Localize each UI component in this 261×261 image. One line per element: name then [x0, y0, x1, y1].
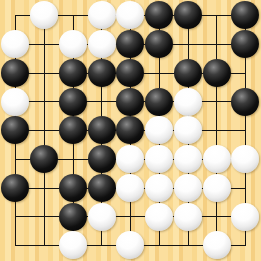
occupied-intersection	[1, 174, 30, 203]
occupied-intersection	[30, 145, 59, 174]
empty-intersection[interactable]	[1, 145, 30, 174]
white-stone	[174, 203, 202, 231]
empty-intersection[interactable]	[202, 30, 231, 59]
empty-intersection[interactable]	[231, 231, 260, 260]
white-stone	[116, 174, 144, 202]
occupied-intersection	[87, 174, 116, 203]
empty-intersection[interactable]	[174, 30, 203, 59]
white-stone	[116, 145, 144, 173]
empty-intersection[interactable]	[202, 1, 231, 30]
empty-intersection[interactable]	[145, 59, 174, 88]
white-stone	[231, 203, 259, 231]
occupied-intersection	[87, 30, 116, 59]
occupied-intersection	[145, 116, 174, 145]
black-stone	[231, 30, 259, 58]
empty-intersection[interactable]	[30, 116, 59, 145]
white-stone	[174, 116, 202, 144]
black-stone	[231, 88, 259, 116]
black-stone	[174, 1, 202, 29]
empty-intersection[interactable]	[202, 87, 231, 116]
empty-intersection[interactable]	[87, 231, 116, 260]
occupied-intersection	[145, 30, 174, 59]
occupied-intersection	[1, 87, 30, 116]
white-stone	[116, 1, 144, 29]
white-stone	[88, 1, 116, 29]
white-stone	[88, 30, 116, 58]
white-stone	[59, 30, 87, 58]
black-stone	[30, 145, 58, 173]
occupied-intersection	[145, 174, 174, 203]
empty-intersection[interactable]	[202, 202, 231, 231]
white-stone	[59, 231, 87, 259]
occupied-intersection	[174, 174, 203, 203]
white-stone	[231, 145, 259, 173]
occupied-intersection	[174, 145, 203, 174]
occupied-intersection	[145, 1, 174, 30]
black-stone	[116, 59, 144, 87]
occupied-intersection	[87, 59, 116, 88]
occupied-intersection	[202, 231, 231, 260]
occupied-intersection	[231, 145, 260, 174]
black-stone	[59, 116, 87, 144]
occupied-intersection	[116, 30, 145, 59]
empty-intersection[interactable]	[145, 231, 174, 260]
empty-intersection[interactable]	[59, 1, 88, 30]
black-stone	[116, 116, 144, 144]
black-stone	[231, 1, 259, 29]
black-stone	[88, 145, 116, 173]
white-stone	[116, 231, 144, 259]
empty-intersection[interactable]	[30, 30, 59, 59]
occupied-intersection	[116, 59, 145, 88]
white-stone	[88, 203, 116, 231]
occupied-intersection	[116, 116, 145, 145]
empty-intersection[interactable]	[231, 59, 260, 88]
empty-intersection[interactable]	[30, 231, 59, 260]
occupied-intersection	[116, 231, 145, 260]
empty-intersection[interactable]	[174, 231, 203, 260]
occupied-intersection	[174, 116, 203, 145]
black-stone	[88, 116, 116, 144]
black-stone	[174, 59, 202, 87]
empty-intersection[interactable]	[30, 59, 59, 88]
white-stone	[145, 203, 173, 231]
white-stone	[145, 174, 173, 202]
occupied-intersection	[202, 145, 231, 174]
occupied-intersection	[116, 87, 145, 116]
occupied-intersection	[174, 1, 203, 30]
black-stone	[145, 30, 173, 58]
occupied-intersection	[231, 30, 260, 59]
white-stone	[203, 145, 231, 173]
occupied-intersection	[174, 59, 203, 88]
occupied-intersection	[87, 116, 116, 145]
black-stone	[145, 88, 173, 116]
occupied-intersection	[30, 1, 59, 30]
white-stone	[174, 145, 202, 173]
occupied-intersection	[59, 30, 88, 59]
white-stone	[145, 116, 173, 144]
empty-intersection[interactable]	[30, 202, 59, 231]
black-stone	[116, 88, 144, 116]
white-stone	[1, 88, 29, 116]
black-stone	[145, 1, 173, 29]
occupied-intersection	[1, 59, 30, 88]
empty-intersection[interactable]	[202, 116, 231, 145]
empty-intersection[interactable]	[1, 1, 30, 30]
occupied-intersection	[145, 87, 174, 116]
black-stone	[203, 59, 231, 87]
board-intersections	[1, 1, 260, 260]
black-stone	[59, 203, 87, 231]
occupied-intersection	[59, 116, 88, 145]
occupied-intersection	[59, 174, 88, 203]
occupied-intersection	[116, 174, 145, 203]
empty-intersection[interactable]	[30, 174, 59, 203]
occupied-intersection	[87, 202, 116, 231]
black-stone	[59, 59, 87, 87]
occupied-intersection	[59, 87, 88, 116]
empty-intersection[interactable]	[1, 231, 30, 260]
occupied-intersection	[116, 145, 145, 174]
white-stone	[174, 88, 202, 116]
empty-intersection[interactable]	[116, 202, 145, 231]
black-stone	[88, 59, 116, 87]
black-stone	[116, 30, 144, 58]
black-stone	[1, 174, 29, 202]
white-stone	[203, 174, 231, 202]
occupied-intersection	[87, 1, 116, 30]
black-stone	[1, 116, 29, 144]
occupied-intersection	[1, 30, 30, 59]
empty-intersection[interactable]	[1, 202, 30, 231]
occupied-intersection	[231, 87, 260, 116]
go-board	[0, 0, 261, 261]
empty-intersection[interactable]	[231, 116, 260, 145]
white-stone	[1, 30, 29, 58]
black-stone	[1, 59, 29, 87]
empty-intersection[interactable]	[30, 87, 59, 116]
white-stone	[145, 145, 173, 173]
black-stone	[59, 88, 87, 116]
white-stone	[30, 1, 58, 29]
occupied-intersection	[145, 145, 174, 174]
white-stone	[203, 231, 231, 259]
occupied-intersection	[202, 174, 231, 203]
occupied-intersection	[59, 202, 88, 231]
occupied-intersection	[231, 202, 260, 231]
empty-intersection[interactable]	[231, 174, 260, 203]
white-stone	[174, 174, 202, 202]
occupied-intersection	[231, 1, 260, 30]
occupied-intersection	[174, 87, 203, 116]
black-stone	[88, 174, 116, 202]
occupied-intersection	[59, 59, 88, 88]
occupied-intersection	[116, 1, 145, 30]
black-stone	[59, 174, 87, 202]
empty-intersection[interactable]	[87, 87, 116, 116]
occupied-intersection	[1, 116, 30, 145]
empty-intersection[interactable]	[59, 145, 88, 174]
occupied-intersection	[59, 231, 88, 260]
occupied-intersection	[174, 202, 203, 231]
occupied-intersection	[202, 59, 231, 88]
occupied-intersection	[87, 145, 116, 174]
occupied-intersection	[145, 202, 174, 231]
